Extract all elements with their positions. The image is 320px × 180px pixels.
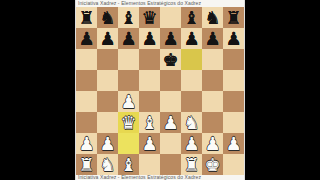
square-g7[interactable]: ♟ <box>202 28 223 49</box>
chess-app-window: Iniciativa Xadrez - Elementos Estratégic… <box>75 0 245 180</box>
piece-black-king[interactable]: ♚ <box>160 49 181 70</box>
piece-black-pawn[interactable]: ♟ <box>223 28 244 49</box>
square-b7[interactable]: ♟ <box>97 28 118 49</box>
piece-black-rook[interactable]: ♜ <box>76 7 97 28</box>
square-d3[interactable]: ♝ <box>139 112 160 133</box>
piece-black-queen[interactable]: ♛ <box>139 7 160 28</box>
square-c3[interactable]: ♛ <box>118 112 139 133</box>
square-a3[interactable] <box>76 112 97 133</box>
square-d8[interactable]: ♛ <box>139 7 160 28</box>
square-d1[interactable] <box>139 154 160 175</box>
piece-black-knight[interactable]: ♞ <box>202 7 223 28</box>
square-e5[interactable] <box>160 70 181 91</box>
square-h2[interactable]: ♟ <box>223 133 244 154</box>
piece-white-pawn[interactable]: ♟ <box>118 91 139 112</box>
square-h7[interactable]: ♟ <box>223 28 244 49</box>
piece-white-pawn[interactable]: ♟ <box>181 133 202 154</box>
piece-white-pawn[interactable]: ♟ <box>139 133 160 154</box>
square-e4[interactable] <box>160 91 181 112</box>
square-e3[interactable]: ♟ <box>160 112 181 133</box>
square-a5[interactable] <box>76 70 97 91</box>
square-f4[interactable] <box>181 91 202 112</box>
piece-white-rook[interactable]: ♜ <box>76 154 97 175</box>
square-e7[interactable]: ♟ <box>160 28 181 49</box>
piece-white-pawn[interactable]: ♟ <box>76 133 97 154</box>
square-a4[interactable] <box>76 91 97 112</box>
piece-white-pawn[interactable]: ♟ <box>202 133 223 154</box>
square-f7[interactable]: ♟ <box>181 28 202 49</box>
square-f3[interactable]: ♞ <box>181 112 202 133</box>
square-f2[interactable]: ♟ <box>181 133 202 154</box>
square-g5[interactable] <box>202 70 223 91</box>
square-f6[interactable] <box>181 49 202 70</box>
piece-white-knight[interactable]: ♞ <box>97 154 118 175</box>
square-e8[interactable] <box>160 7 181 28</box>
status-bar-title: Iniciativa Xadrez - Elementos Estratégic… <box>76 175 244 180</box>
square-h6[interactable] <box>223 49 244 70</box>
square-d7[interactable]: ♟ <box>139 28 160 49</box>
piece-black-knight[interactable]: ♞ <box>97 7 118 28</box>
square-h4[interactable] <box>223 91 244 112</box>
square-c4[interactable]: ♟ <box>118 91 139 112</box>
square-d6[interactable] <box>139 49 160 70</box>
video-frame: Iniciativa Xadrez - Elementos Estratégic… <box>0 0 320 180</box>
square-b4[interactable] <box>97 91 118 112</box>
square-c1[interactable]: ♝ <box>118 154 139 175</box>
square-g4[interactable] <box>202 91 223 112</box>
square-a8[interactable]: ♜ <box>76 7 97 28</box>
square-a7[interactable]: ♟ <box>76 28 97 49</box>
square-b6[interactable] <box>97 49 118 70</box>
square-b8[interactable]: ♞ <box>97 7 118 28</box>
square-f5[interactable] <box>181 70 202 91</box>
piece-black-bishop[interactable]: ♝ <box>118 7 139 28</box>
square-d2[interactable]: ♟ <box>139 133 160 154</box>
square-h3[interactable] <box>223 112 244 133</box>
square-g2[interactable]: ♟ <box>202 133 223 154</box>
square-h1[interactable] <box>223 154 244 175</box>
square-g6[interactable] <box>202 49 223 70</box>
square-b3[interactable] <box>97 112 118 133</box>
piece-white-pawn[interactable]: ♟ <box>160 112 181 133</box>
piece-black-pawn[interactable]: ♟ <box>160 28 181 49</box>
piece-white-bishop[interactable]: ♝ <box>118 154 139 175</box>
square-c2[interactable] <box>118 133 139 154</box>
square-c6[interactable] <box>118 49 139 70</box>
square-c5[interactable] <box>118 70 139 91</box>
piece-white-rook[interactable]: ♜ <box>181 154 202 175</box>
square-h5[interactable] <box>223 70 244 91</box>
piece-white-bishop[interactable]: ♝ <box>139 112 160 133</box>
square-c7[interactable]: ♟ <box>118 28 139 49</box>
square-e6[interactable]: ♚ <box>160 49 181 70</box>
square-e1[interactable] <box>160 154 181 175</box>
square-g3[interactable] <box>202 112 223 133</box>
square-f1[interactable]: ♜ <box>181 154 202 175</box>
square-a2[interactable]: ♟ <box>76 133 97 154</box>
square-a1[interactable]: ♜ <box>76 154 97 175</box>
square-c8[interactable]: ♝ <box>118 7 139 28</box>
square-e2[interactable] <box>160 133 181 154</box>
square-h8[interactable]: ♜ <box>223 7 244 28</box>
square-b2[interactable]: ♟ <box>97 133 118 154</box>
square-d5[interactable] <box>139 70 160 91</box>
square-f8[interactable]: ♝ <box>181 7 202 28</box>
piece-white-queen[interactable]: ♛ <box>118 112 139 133</box>
piece-black-pawn[interactable]: ♟ <box>139 28 160 49</box>
piece-black-pawn[interactable]: ♟ <box>76 28 97 49</box>
piece-black-pawn[interactable]: ♟ <box>202 28 223 49</box>
piece-white-king[interactable]: ♚ <box>202 154 223 175</box>
window-title-bar: Iniciativa Xadrez - Elementos Estratégic… <box>76 0 244 7</box>
square-b1[interactable]: ♞ <box>97 154 118 175</box>
chess-board: ♜♞♝♛♝♞♜♟♟♟♟♟♟♟♟♚♟♛♝♟♞♟♟♟♟♟♟♜♞♝♜♚ <box>76 7 244 175</box>
piece-black-rook[interactable]: ♜ <box>223 7 244 28</box>
piece-white-pawn[interactable]: ♟ <box>223 133 244 154</box>
piece-black-pawn[interactable]: ♟ <box>97 28 118 49</box>
square-b5[interactable] <box>97 70 118 91</box>
square-d4[interactable] <box>139 91 160 112</box>
square-g8[interactable]: ♞ <box>202 7 223 28</box>
piece-black-pawn[interactable]: ♟ <box>181 28 202 49</box>
square-a6[interactable] <box>76 49 97 70</box>
piece-white-pawn[interactable]: ♟ <box>97 133 118 154</box>
piece-black-bishop[interactable]: ♝ <box>181 7 202 28</box>
piece-white-knight[interactable]: ♞ <box>181 112 202 133</box>
piece-black-pawn[interactable]: ♟ <box>118 28 139 49</box>
square-g1[interactable]: ♚ <box>202 154 223 175</box>
